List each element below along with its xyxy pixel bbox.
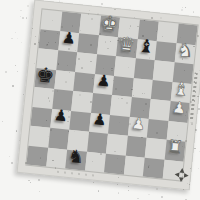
square-g8[interactable]	[157, 21, 178, 42]
square-h2[interactable]	[164, 140, 185, 161]
square-a7[interactable]	[38, 29, 59, 50]
square-e7[interactable]	[116, 37, 137, 58]
square-e8[interactable]	[118, 17, 139, 38]
square-h3[interactable]	[166, 120, 187, 141]
square-d3[interactable]	[89, 112, 110, 133]
square-e2[interactable]	[106, 134, 127, 155]
square-b7[interactable]	[58, 31, 79, 52]
square-c1[interactable]	[65, 149, 86, 170]
square-b8[interactable]	[60, 11, 81, 32]
square-f3[interactable]	[127, 116, 148, 137]
square-e4[interactable]	[110, 95, 131, 116]
square-h8[interactable]	[176, 23, 197, 44]
square-c8[interactable]	[79, 13, 100, 34]
square-h5[interactable]	[170, 82, 191, 103]
square-f1[interactable]	[123, 155, 144, 176]
square-c7[interactable]	[77, 33, 98, 54]
square-a1[interactable]	[26, 145, 47, 166]
chess-photo-background: ♚♟♛♝♞♚♟♝♟♟♟♟♜♞	[0, 0, 200, 200]
square-e3[interactable]	[108, 114, 129, 135]
square-g4[interactable]	[149, 99, 170, 120]
square-g3[interactable]	[147, 118, 168, 139]
square-g2[interactable]	[145, 138, 166, 159]
chessboard: ♚♟♛♝♞♚♟♝♟♟♟♟♜♞	[17, 0, 200, 190]
square-f8[interactable]	[137, 19, 158, 40]
square-g5[interactable]	[151, 80, 172, 101]
square-c3[interactable]	[69, 110, 90, 131]
square-a8[interactable]	[40, 9, 61, 30]
square-d6[interactable]	[95, 54, 116, 75]
square-d5[interactable]	[93, 74, 114, 95]
square-d7[interactable]	[97, 35, 118, 56]
squares-grid	[26, 9, 197, 180]
square-b5[interactable]	[54, 70, 75, 91]
square-c6[interactable]	[75, 52, 96, 73]
square-e5[interactable]	[112, 76, 133, 97]
square-d8[interactable]	[99, 15, 120, 36]
square-c4[interactable]	[71, 91, 92, 112]
square-f7[interactable]	[135, 39, 156, 60]
square-f5[interactable]	[131, 78, 152, 99]
square-b1[interactable]	[46, 147, 67, 168]
square-c2[interactable]	[67, 130, 88, 151]
square-g7[interactable]	[155, 41, 176, 62]
square-a2[interactable]	[28, 126, 49, 147]
square-a3[interactable]	[30, 106, 51, 127]
square-d2[interactable]	[87, 132, 108, 153]
square-h4[interactable]	[168, 101, 189, 122]
square-d4[interactable]	[91, 93, 112, 114]
square-b4[interactable]	[52, 89, 73, 110]
square-b6[interactable]	[56, 50, 77, 71]
square-a4[interactable]	[32, 87, 53, 108]
square-e6[interactable]	[114, 56, 135, 77]
square-f2[interactable]	[125, 136, 146, 157]
square-b3[interactable]	[50, 108, 71, 129]
square-a6[interactable]	[36, 48, 57, 69]
square-f4[interactable]	[129, 97, 150, 118]
compass-logo-icon	[173, 167, 189, 183]
square-d1[interactable]	[85, 151, 106, 172]
square-a5[interactable]	[34, 68, 55, 89]
square-c5[interactable]	[73, 72, 94, 93]
square-f6[interactable]	[133, 58, 154, 79]
square-g1[interactable]	[143, 157, 164, 178]
square-h7[interactable]	[174, 43, 195, 64]
square-e1[interactable]	[104, 153, 125, 174]
square-h6[interactable]	[172, 62, 193, 83]
square-b2[interactable]	[48, 128, 69, 149]
square-g6[interactable]	[153, 60, 174, 81]
